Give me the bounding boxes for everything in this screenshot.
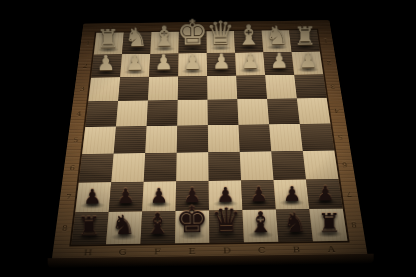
square-g6[interactable]	[111, 153, 145, 182]
chessboard: ♜♞♝♚♛♝♞♜♟♟♟♟♟♟♟♟♟♟♟♟♟♟♟♟♜♞♝♚♛♝♞♜ 1234567…	[52, 20, 368, 260]
photo-canvas: ♜♞♝♚♛♝♞♜♟♟♟♟♟♟♟♟♟♟♟♟♟♟♟♟♜♞♝♚♛♝♞♜ 1234567…	[0, 0, 416, 277]
black-knight-g8[interactable]: ♞	[106, 212, 140, 239]
square-e6[interactable]	[176, 152, 208, 181]
square-f2[interactable]: ♟	[149, 53, 178, 76]
black-queen-d8[interactable]: ♛	[209, 204, 243, 238]
square-h7[interactable]: ♟	[75, 182, 111, 213]
black-king-e8[interactable]: ♚	[175, 201, 209, 238]
black-pawn-f7[interactable]: ♟	[142, 186, 175, 207]
scene: ♜♞♝♚♛♝♞♜♟♟♟♟♟♟♟♟♟♟♟♟♟♟♟♟♜♞♝♚♛♝♞♜ 1234567…	[0, 0, 416, 277]
square-e8[interactable]: ♚	[175, 211, 209, 244]
square-f6[interactable]	[144, 152, 177, 181]
square-d6[interactable]	[208, 152, 241, 181]
square-e4[interactable]	[177, 100, 208, 126]
square-h3[interactable]	[88, 77, 120, 101]
square-d2[interactable]: ♟	[207, 53, 236, 76]
square-c5[interactable]	[238, 124, 271, 151]
square-b5[interactable]	[269, 124, 303, 151]
square-c3[interactable]	[236, 75, 267, 99]
square-h5[interactable]	[82, 126, 116, 153]
square-h8[interactable]: ♜	[71, 212, 108, 245]
black-knight-b8[interactable]: ♞	[278, 209, 312, 236]
square-a2[interactable]: ♟	[292, 51, 324, 74]
square-c8[interactable]: ♝	[242, 210, 278, 243]
square-g5[interactable]	[114, 126, 147, 153]
square-f4[interactable]	[147, 100, 178, 126]
square-a5[interactable]	[300, 123, 335, 150]
square-d8[interactable]: ♛	[209, 210, 244, 243]
square-d3[interactable]	[207, 75, 237, 99]
square-c4[interactable]	[237, 99, 269, 125]
black-pawn-c7[interactable]: ♟	[242, 185, 275, 206]
square-b6[interactable]	[271, 151, 306, 180]
square-c2[interactable]: ♟	[235, 52, 265, 75]
square-b2[interactable]: ♟	[263, 52, 294, 75]
square-a6[interactable]	[303, 150, 339, 179]
square-e5[interactable]	[177, 125, 209, 152]
square-a8[interactable]: ♜	[309, 209, 347, 242]
square-f3[interactable]	[148, 76, 178, 100]
square-f8[interactable]: ♝	[140, 211, 175, 244]
square-b8[interactable]: ♞	[276, 209, 313, 242]
square-b4[interactable]	[267, 99, 300, 125]
square-c6[interactable]	[240, 151, 274, 180]
square-e3[interactable]	[178, 76, 208, 100]
square-g3[interactable]	[118, 77, 149, 101]
black-pawn-b7[interactable]: ♟	[276, 184, 309, 205]
square-a7[interactable]: ♟	[306, 179, 343, 210]
square-g7[interactable]: ♟	[109, 181, 144, 212]
square-f5[interactable]	[145, 126, 177, 153]
square-a3[interactable]	[294, 74, 327, 98]
square-b7[interactable]: ♟	[273, 179, 309, 210]
square-h6[interactable]	[79, 153, 114, 182]
square-e2[interactable]: ♟	[178, 53, 207, 76]
black-bishop-c8[interactable]: ♝	[244, 208, 278, 237]
black-pawn-a7[interactable]: ♟	[309, 184, 342, 205]
black-rook-a8[interactable]: ♜	[312, 210, 346, 236]
square-g4[interactable]	[116, 101, 148, 127]
square-d4[interactable]	[207, 99, 238, 125]
black-pawn-h7[interactable]: ♟	[76, 187, 109, 208]
board-grid: ♜♞♝♚♛♝♞♜♟♟♟♟♟♟♟♟♟♟♟♟♟♟♟♟♜♞♝♚♛♝♞♜	[71, 30, 347, 245]
white-rook-a1[interactable]: ♜	[289, 23, 321, 48]
black-rook-h8[interactable]: ♜	[72, 213, 106, 239]
square-g2[interactable]: ♟	[120, 54, 150, 77]
white-pawn-a2[interactable]: ♟	[291, 50, 324, 71]
square-b3[interactable]	[265, 75, 297, 99]
square-d5[interactable]	[208, 125, 240, 152]
black-pawn-g7[interactable]: ♟	[109, 186, 142, 207]
black-bishop-f8[interactable]: ♝	[141, 209, 175, 238]
square-a4[interactable]	[297, 98, 330, 124]
square-g8[interactable]: ♞	[106, 212, 142, 245]
square-h4[interactable]	[85, 101, 118, 127]
